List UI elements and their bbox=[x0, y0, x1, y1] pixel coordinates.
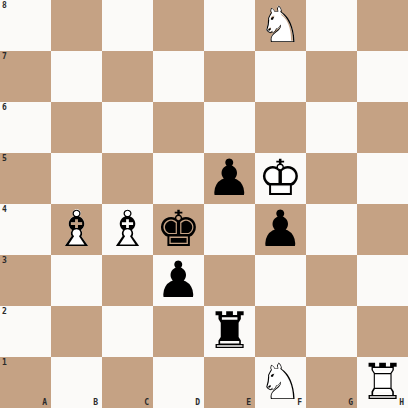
white-knight-fill: ♞ bbox=[255, 357, 306, 408]
square-b6[interactable] bbox=[51, 102, 102, 153]
square-g8[interactable] bbox=[306, 0, 357, 51]
square-c1[interactable]: C bbox=[102, 357, 153, 408]
rank-label-8: 8 bbox=[2, 2, 7, 10]
file-label-f: F bbox=[297, 399, 302, 407]
square-e1[interactable]: E bbox=[204, 357, 255, 408]
square-a6[interactable]: 6 bbox=[0, 102, 51, 153]
square-d7[interactable] bbox=[153, 51, 204, 102]
square-e8[interactable] bbox=[204, 0, 255, 51]
square-f4[interactable]: ♟ bbox=[255, 204, 306, 255]
square-h2[interactable] bbox=[357, 306, 408, 357]
square-e4[interactable] bbox=[204, 204, 255, 255]
square-d6[interactable] bbox=[153, 102, 204, 153]
square-d2[interactable] bbox=[153, 306, 204, 357]
white-bishop[interactable]: ♗ bbox=[51, 204, 102, 255]
square-a8[interactable]: 8 bbox=[0, 0, 51, 51]
white-bishop[interactable]: ♗ bbox=[102, 204, 153, 255]
square-g2[interactable] bbox=[306, 306, 357, 357]
square-b1[interactable]: B bbox=[51, 357, 102, 408]
square-d5[interactable] bbox=[153, 153, 204, 204]
file-label-h: H bbox=[399, 399, 404, 407]
square-e6[interactable] bbox=[204, 102, 255, 153]
square-a5[interactable]: 5 bbox=[0, 153, 51, 204]
square-a1[interactable]: 1A bbox=[0, 357, 51, 408]
square-a4[interactable]: 4 bbox=[0, 204, 51, 255]
chess-board: 8♞♘765♟♚♔4♝♗♝♗♚♟3♟2♜1ABCDEF♞♘GH♜♖ bbox=[0, 0, 408, 408]
square-b4[interactable]: ♝♗ bbox=[51, 204, 102, 255]
black-pawn[interactable]: ♟ bbox=[255, 204, 306, 255]
square-g5[interactable] bbox=[306, 153, 357, 204]
white-knight[interactable]: ♘ bbox=[255, 357, 306, 408]
square-f2[interactable] bbox=[255, 306, 306, 357]
rank-label-6: 6 bbox=[2, 104, 7, 112]
file-label-c: C bbox=[144, 399, 149, 407]
square-b7[interactable] bbox=[51, 51, 102, 102]
square-h5[interactable] bbox=[357, 153, 408, 204]
rank-label-5: 5 bbox=[2, 155, 7, 163]
square-d1[interactable]: D bbox=[153, 357, 204, 408]
square-e7[interactable] bbox=[204, 51, 255, 102]
white-king-fill: ♚ bbox=[255, 153, 306, 204]
rank-label-2: 2 bbox=[2, 308, 7, 316]
square-f6[interactable] bbox=[255, 102, 306, 153]
black-king[interactable]: ♚ bbox=[153, 204, 204, 255]
square-e3[interactable] bbox=[204, 255, 255, 306]
square-c4[interactable]: ♝♗ bbox=[102, 204, 153, 255]
file-label-g: G bbox=[348, 399, 353, 407]
square-h7[interactable] bbox=[357, 51, 408, 102]
square-e5[interactable]: ♟ bbox=[204, 153, 255, 204]
file-label-b: B bbox=[93, 399, 98, 407]
square-f3[interactable] bbox=[255, 255, 306, 306]
file-label-d: D bbox=[195, 399, 200, 407]
white-knight[interactable]: ♘ bbox=[255, 0, 306, 51]
square-f7[interactable] bbox=[255, 51, 306, 102]
square-d4[interactable]: ♚ bbox=[153, 204, 204, 255]
white-rook[interactable]: ♖ bbox=[357, 357, 408, 408]
square-c5[interactable] bbox=[102, 153, 153, 204]
white-king[interactable]: ♔ bbox=[255, 153, 306, 204]
square-g6[interactable] bbox=[306, 102, 357, 153]
white-bishop-fill: ♝ bbox=[102, 204, 153, 255]
square-g1[interactable]: G bbox=[306, 357, 357, 408]
square-a2[interactable]: 2 bbox=[0, 306, 51, 357]
square-b3[interactable] bbox=[51, 255, 102, 306]
square-b8[interactable] bbox=[51, 0, 102, 51]
black-pawn[interactable]: ♟ bbox=[153, 255, 204, 306]
white-rook-fill: ♜ bbox=[357, 357, 408, 408]
black-pawn[interactable]: ♟ bbox=[204, 153, 255, 204]
white-knight-fill: ♞ bbox=[255, 0, 306, 51]
square-b2[interactable] bbox=[51, 306, 102, 357]
file-label-a: A bbox=[42, 399, 47, 407]
square-h1[interactable]: H♜♖ bbox=[357, 357, 408, 408]
square-g3[interactable] bbox=[306, 255, 357, 306]
square-a3[interactable]: 3 bbox=[0, 255, 51, 306]
square-h6[interactable] bbox=[357, 102, 408, 153]
square-c3[interactable] bbox=[102, 255, 153, 306]
square-h3[interactable] bbox=[357, 255, 408, 306]
square-a7[interactable]: 7 bbox=[0, 51, 51, 102]
square-c7[interactable] bbox=[102, 51, 153, 102]
square-c8[interactable] bbox=[102, 0, 153, 51]
square-g4[interactable] bbox=[306, 204, 357, 255]
square-d3[interactable]: ♟ bbox=[153, 255, 204, 306]
square-h4[interactable] bbox=[357, 204, 408, 255]
black-rook[interactable]: ♜ bbox=[204, 306, 255, 357]
rank-label-3: 3 bbox=[2, 257, 7, 265]
square-b5[interactable] bbox=[51, 153, 102, 204]
square-h8[interactable] bbox=[357, 0, 408, 51]
rank-label-1: 1 bbox=[2, 359, 7, 367]
white-bishop-fill: ♝ bbox=[51, 204, 102, 255]
file-label-e: E bbox=[246, 399, 251, 407]
square-g7[interactable] bbox=[306, 51, 357, 102]
square-c6[interactable] bbox=[102, 102, 153, 153]
rank-label-4: 4 bbox=[2, 206, 7, 214]
rank-label-7: 7 bbox=[2, 53, 7, 61]
square-f1[interactable]: F♞♘ bbox=[255, 357, 306, 408]
square-e2[interactable]: ♜ bbox=[204, 306, 255, 357]
square-f8[interactable]: ♞♘ bbox=[255, 0, 306, 51]
square-d8[interactable] bbox=[153, 0, 204, 51]
square-f5[interactable]: ♚♔ bbox=[255, 153, 306, 204]
square-c2[interactable] bbox=[102, 306, 153, 357]
